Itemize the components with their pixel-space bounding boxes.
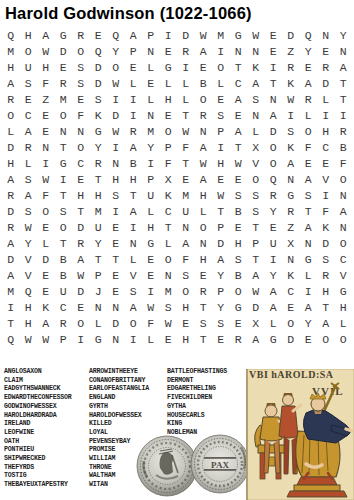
grid-cell: T [230, 140, 248, 156]
grid-cell: W [37, 332, 55, 348]
grid-cell: O [300, 124, 318, 140]
grid-cell: C [55, 300, 73, 316]
grid-cell: T [55, 140, 73, 156]
grid-cell: E [142, 252, 160, 268]
grid-cell: A [265, 300, 283, 316]
word-list-item: SHIPWRECKED [4, 455, 72, 464]
grid-cell: T [107, 252, 125, 268]
grid-cell: L [37, 236, 55, 252]
grid-cell: E [107, 268, 125, 284]
grid-cell: I [125, 220, 143, 236]
grid-cell: I [107, 92, 125, 108]
grid-cell: E [177, 172, 195, 188]
grid-cell: D [2, 140, 20, 156]
grid-cell: D [55, 44, 73, 60]
grid-cell: F [37, 76, 55, 92]
grid-cell: S [247, 204, 265, 220]
grid-cell: E [72, 92, 90, 108]
grid-cell: E [160, 332, 178, 348]
grid-cell: Y [212, 268, 230, 284]
grid-cell: E [265, 220, 283, 236]
grid-cell: A [2, 268, 20, 284]
grid-cell: A [125, 204, 143, 220]
grid-cell: P [90, 268, 108, 284]
grid-cell: N [125, 236, 143, 252]
grid-cell: G [230, 28, 248, 44]
bayeux-tapestry-image: VBI hAROLD:SA VVIL [246, 369, 354, 500]
grid-cell: D [37, 252, 55, 268]
grid-cell: U [90, 220, 108, 236]
grid-cell: D [2, 204, 20, 220]
grid-cell: T [335, 76, 353, 92]
grid-cell: J [90, 284, 108, 300]
grid-cell: T [2, 316, 20, 332]
grid-cell: D [282, 332, 300, 348]
grid-cell: T [160, 220, 178, 236]
grid-cell: L [20, 156, 38, 172]
grid-cell: H [90, 188, 108, 204]
grid-cell: H [20, 28, 38, 44]
grid-cell: A [195, 172, 213, 188]
grid-cell: W [282, 92, 300, 108]
grid-cell: O [160, 252, 178, 268]
grid-cell: M [177, 188, 195, 204]
grid-cell: O [230, 284, 248, 300]
grid-cell: H [195, 188, 213, 204]
grid-cell: L [160, 76, 178, 92]
grid-cell: Y [142, 140, 160, 156]
grid-cell: F [335, 156, 353, 172]
grid-cell: X [247, 140, 265, 156]
grid-cell: R [55, 76, 73, 92]
grid-cell: M [2, 44, 20, 60]
grid-cell: O [195, 220, 213, 236]
grid-cell: T [55, 236, 73, 252]
grid-cell: A [300, 300, 318, 316]
grid-cell: N [230, 44, 248, 60]
grid-cell: H [125, 172, 143, 188]
grid-cell: S [55, 204, 73, 220]
word-list-item: BATTLEOFHASTINGS [167, 368, 227, 377]
grid-cell: T [317, 300, 335, 316]
grid-cell: G [90, 124, 108, 140]
grid-cell: R [230, 332, 248, 348]
grid-cell: S [212, 108, 230, 124]
grid-cell: A [230, 92, 248, 108]
grid-cell: F [300, 140, 318, 156]
word-list-item: KILLED [89, 420, 149, 429]
grid-cell: H [72, 188, 90, 204]
grid-cell: A [335, 60, 353, 76]
grid-cell: Y [90, 236, 108, 252]
word-list-item: EADGYTHSWANNECK [4, 385, 72, 394]
grid-cell: C [282, 284, 300, 300]
grid-cell: E [177, 316, 195, 332]
grid-cell: X [282, 236, 300, 252]
grid-cell: A [300, 172, 318, 188]
grid-cell: L [335, 316, 353, 332]
grid-cell: V [317, 172, 335, 188]
grid-cell: B [125, 156, 143, 172]
grid-cell: I [160, 28, 178, 44]
grid-cell: U [177, 204, 195, 220]
grid-cell: A [72, 252, 90, 268]
grid-cell: S [125, 284, 143, 300]
grid-cell: W [195, 156, 213, 172]
grid-cell: D [282, 28, 300, 44]
grid-cell: O [335, 332, 353, 348]
grid-cell: K [160, 188, 178, 204]
grid-cell: N [72, 124, 90, 140]
grid-cell: Y [335, 28, 353, 44]
grid-cell: E [107, 220, 125, 236]
grid-cell: S [72, 76, 90, 92]
grid-cell: L [212, 76, 230, 92]
grid-cell: E [72, 300, 90, 316]
grid-cell: W [195, 28, 213, 44]
grid-cell: B [55, 268, 73, 284]
grid-cell: I [125, 92, 143, 108]
grid-cell: G [230, 300, 248, 316]
grid-cell: A [195, 140, 213, 156]
grid-cell: K [90, 108, 108, 124]
grid-cell: R [195, 284, 213, 300]
grid-cell: Y [300, 316, 318, 332]
grid-cell: X [247, 316, 265, 332]
grid-cell: E [142, 76, 160, 92]
grid-cell: E [265, 44, 283, 60]
grid-cell: T [90, 252, 108, 268]
grid-cell: B [335, 140, 353, 156]
word-list-item: PONTHIEU [4, 446, 72, 455]
grid-cell: I [55, 172, 73, 188]
grid-cell: L [160, 236, 178, 252]
grid-cell: W [107, 124, 125, 140]
grid-cell: I [212, 44, 230, 60]
grid-cell: N [55, 124, 73, 140]
grid-cell: S [247, 92, 265, 108]
grid-cell: I [142, 284, 160, 300]
grid-cell: S [247, 188, 265, 204]
grid-cell: I [2, 300, 20, 316]
tapestry-scene: VBI hAROLD:SA VVIL [246, 369, 354, 500]
grid-cell: N [160, 268, 178, 284]
grid-cell: B [195, 76, 213, 92]
grid-cell: C [72, 156, 90, 172]
grid-cell: S [20, 204, 38, 220]
grid-cell: W [107, 76, 125, 92]
grid-cell: N [142, 108, 160, 124]
grid-cell: H [20, 300, 38, 316]
grid-cell: Q [265, 172, 283, 188]
grid-cell: P [142, 172, 160, 188]
grid-cell: T [177, 156, 195, 172]
grid-cell: Q [107, 28, 125, 44]
word-list-item: THEBAYEUXTAPESTRY [4, 481, 72, 490]
grid-cell: R [317, 268, 335, 284]
grid-cell: T [212, 204, 230, 220]
grid-cell: Y [300, 44, 318, 60]
grid-cell: E [212, 172, 230, 188]
grid-cell: Q [90, 44, 108, 60]
word-list-item: FIVECHILDREN [167, 394, 227, 403]
word-list-item: LEOFWINE [4, 429, 72, 438]
grid-cell: E [317, 156, 335, 172]
grid-cell: L [177, 92, 195, 108]
grid-cell: S [282, 124, 300, 140]
grid-cell: D [72, 284, 90, 300]
grid-cell: E [300, 332, 318, 348]
grid-cell: O [55, 220, 73, 236]
grid-cell: T [335, 92, 353, 108]
word-list-column-3: BATTLEOFHASTINGSDERMONTEDGARETHELINGFIVE… [167, 368, 227, 438]
grid-cell: A [265, 108, 283, 124]
grid-cell: S [20, 172, 38, 188]
grid-cell: O [335, 172, 353, 188]
grid-cell: D [107, 108, 125, 124]
grid-cell: S [20, 76, 38, 92]
word-search-grid: QHAGREQAPIDWMGWEDQNYMOWDOQYPNERAINNEZYEN… [2, 28, 352, 348]
grid-cell: R [300, 92, 318, 108]
grid-cell: T [195, 300, 213, 316]
grid-cell: I [107, 204, 125, 220]
grid-cell: O [20, 44, 38, 60]
word-list-item: HAROLDHARDRADA [4, 412, 72, 421]
grid-cell: R [335, 124, 353, 140]
grid-cell: I [300, 284, 318, 300]
grid-cell: R [90, 156, 108, 172]
grid-cell: G [160, 60, 178, 76]
grid-cell: H [160, 92, 178, 108]
grid-cell: N [265, 92, 283, 108]
grid-cell: K [282, 140, 300, 156]
grid-cell: I [177, 60, 195, 76]
grid-cell: M [90, 204, 108, 220]
grid-cell: G [142, 236, 160, 252]
grid-cell: P [125, 44, 143, 60]
word-list-item: HOUSECARLS [167, 412, 227, 421]
grid-cell: F [160, 156, 178, 172]
grid-cell: K [282, 268, 300, 284]
grid-cell: E [300, 156, 318, 172]
grid-cell: E [37, 220, 55, 236]
grid-cell: O [282, 316, 300, 332]
grid-cell: A [2, 76, 20, 92]
grid-cell: T [195, 332, 213, 348]
grid-cell: G [282, 188, 300, 204]
word-list-item: EDGARETHELING [167, 385, 227, 394]
grid-cell: N [317, 28, 335, 44]
grid-cell: K [317, 220, 335, 236]
grid-cell: H [37, 60, 55, 76]
word-list-item: GYRTH [89, 403, 149, 412]
grid-cell: F [37, 188, 55, 204]
grid-cell: R [20, 140, 38, 156]
grid-cell: L [125, 252, 143, 268]
grid-cell: V [247, 156, 265, 172]
grid-cell: H [230, 236, 248, 252]
grid-cell: Y [90, 140, 108, 156]
grid-cell: E [265, 28, 283, 44]
grid-cell: E [212, 332, 230, 348]
grid-cell: O [72, 140, 90, 156]
grid-cell: H [195, 252, 213, 268]
grid-cell: T [72, 204, 90, 220]
grid-cell: D [212, 236, 230, 252]
grid-cell: E [317, 44, 335, 60]
grid-cell: O [317, 332, 335, 348]
grid-cell: Q [2, 28, 20, 44]
grid-cell: N [177, 220, 195, 236]
grid-cell: B [55, 252, 73, 268]
grid-cell: N [300, 236, 318, 252]
grid-cell: A [2, 172, 20, 188]
grid-cell: W [142, 300, 160, 316]
grid-cell: E [142, 268, 160, 284]
grid-cell: S [160, 300, 178, 316]
worksheet-page: Harold Godwinson (1022-1066) QHAGREQAPID… [0, 0, 354, 500]
grid-cell: E [160, 108, 178, 124]
word-list-item: THEFYRDS [4, 464, 72, 473]
grid-cell: L [265, 316, 283, 332]
grid-cell: A [2, 236, 20, 252]
grid-cell: L [142, 92, 160, 108]
grid-cell: N [142, 44, 160, 60]
grid-cell: Q [2, 332, 20, 348]
grid-cell: E [125, 60, 143, 76]
grid-cell: M [142, 124, 160, 140]
grid-cell: D [317, 236, 335, 252]
grid-cell: H [317, 124, 335, 140]
grid-cell: O [55, 108, 73, 124]
grid-cell: A [317, 316, 335, 332]
grid-cell: E [230, 172, 248, 188]
grid-cell: F [177, 252, 195, 268]
grid-cell: L [177, 76, 195, 92]
grid-cell: I [282, 108, 300, 124]
grid-cell: A [195, 44, 213, 60]
grid-cell: O [212, 60, 230, 76]
grid-cell: W [160, 316, 178, 332]
grid-cell: E [160, 44, 178, 60]
grid-cell: L [142, 60, 160, 76]
grid-cell: E [195, 268, 213, 284]
grid-cell: W [20, 220, 38, 236]
grid-cell: E [20, 92, 38, 108]
grid-cell: D [265, 124, 283, 140]
grid-cell: T [247, 252, 265, 268]
grid-cell: E [282, 300, 300, 316]
grid-cell: N [37, 140, 55, 156]
word-list-item: GYTHA [167, 403, 227, 412]
coin-images: PAX [136, 431, 250, 499]
grid-cell: S [195, 316, 213, 332]
grid-cell: A [37, 316, 55, 332]
grid-cell: R [72, 236, 90, 252]
grid-cell: I [72, 332, 90, 348]
grid-cell: G [55, 28, 73, 44]
grid-cell: I [265, 60, 283, 76]
word-list-item: GODWINOFWESSEX [4, 403, 72, 412]
grid-cell: W [20, 332, 38, 348]
grid-cell: O [265, 156, 283, 172]
grid-cell: W [72, 268, 90, 284]
grid-cell: S [300, 188, 318, 204]
grid-cell: N [282, 252, 300, 268]
grid-cell: I [265, 252, 283, 268]
grid-cell: O [107, 60, 125, 76]
grid-cell: S [212, 316, 230, 332]
grid-cell: E [230, 108, 248, 124]
word-list-item: CONANOFBRITTANY [89, 377, 149, 386]
grid-cell: O [335, 236, 353, 252]
grid-cell: V [125, 268, 143, 284]
pax-inscription: PAX [211, 460, 229, 470]
grid-cell: U [55, 284, 73, 300]
grid-cell: A [125, 140, 143, 156]
grid-cell: W [37, 172, 55, 188]
grid-cell: B [230, 268, 248, 284]
grid-cell: A [265, 284, 283, 300]
grid-cell: R [2, 92, 20, 108]
grid-cell: Q [20, 284, 38, 300]
grid-cell: R [55, 316, 73, 332]
grid-cell: I [142, 156, 160, 172]
word-list-item: OATH [4, 438, 72, 447]
grid-cell: G [335, 284, 353, 300]
grid-cell: I [212, 140, 230, 156]
grid-cell: L [142, 204, 160, 220]
grid-cell: F [317, 204, 335, 220]
grid-cell: N [282, 172, 300, 188]
grid-cell: C [230, 76, 248, 92]
grid-cell: F [177, 140, 195, 156]
word-list-item: KING [167, 420, 227, 429]
grid-cell: Z [282, 44, 300, 60]
grid-cell: N [107, 300, 125, 316]
grid-cell: Y [265, 204, 283, 220]
grid-cell: A [300, 220, 318, 236]
grid-cell: F [72, 108, 90, 124]
grid-cell: P [142, 28, 160, 44]
grid-cell: P [212, 284, 230, 300]
word-list-column-1: ANGLOSAXONCLAIMEADGYTHSWANNECKEDWARDTHEC… [4, 368, 72, 490]
grid-cell: K [247, 60, 265, 76]
grid-cell: Y [212, 300, 230, 316]
grid-cell: S [72, 60, 90, 76]
grid-cell: I [125, 332, 143, 348]
grid-cell: N [195, 124, 213, 140]
grid-cell: M [160, 284, 178, 300]
grid-cell: G [90, 332, 108, 348]
grid-cell: M [55, 92, 73, 108]
grid-cell: A [247, 332, 265, 348]
grid-cell: A [20, 188, 38, 204]
grid-cell: R [2, 220, 20, 236]
grid-cell: O [72, 316, 90, 332]
grid-cell: R [265, 188, 283, 204]
grid-cell: E [90, 28, 108, 44]
grid-cell: D [177, 28, 195, 44]
grid-cell: A [247, 76, 265, 92]
word-list-item: EARLOFEASTANGLIA [89, 385, 149, 394]
grid-cell: E [55, 60, 73, 76]
grid-cell: I [317, 108, 335, 124]
grid-cell: O [160, 124, 178, 140]
grid-cell: A [335, 204, 353, 220]
grid-cell: S [230, 252, 248, 268]
grid-cell: P [212, 220, 230, 236]
